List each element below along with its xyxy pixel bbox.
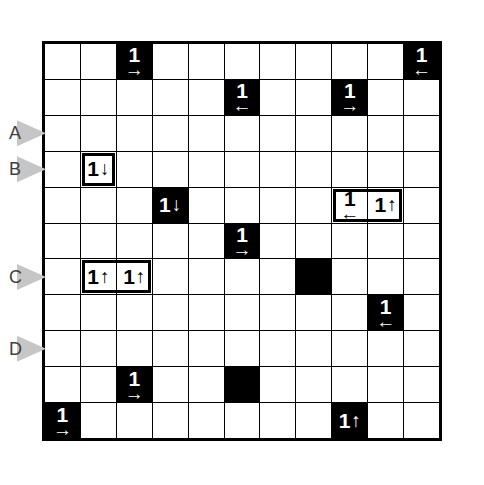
cell-r8c9[interactable] (332, 295, 367, 330)
marker-label: B (9, 159, 21, 180)
cell-r3c10[interactable] (368, 116, 403, 151)
left-arrow-icon: ← (376, 315, 395, 328)
clue-1-left: 1← (340, 190, 359, 220)
clue-1-right: 1→ (53, 406, 72, 436)
cell-r4c6[interactable] (225, 152, 260, 187)
cell-r6c6[interactable]: 1→ (225, 224, 260, 259)
cell-r10c11[interactable] (404, 367, 439, 402)
cell-r2c11[interactable] (404, 80, 439, 115)
cell-r4c7[interactable] (260, 152, 295, 187)
marker-label: A (9, 123, 21, 144)
cell-r5c8[interactable] (296, 188, 331, 223)
up-arrow-icon: ↑ (351, 411, 361, 431)
cell-r1c1[interactable] (45, 44, 80, 79)
cell-r7c6[interactable] (225, 259, 260, 294)
clue-1-up: 1↑ (375, 195, 397, 215)
cell-r9c9[interactable] (332, 331, 367, 366)
cell-r9c1[interactable] (45, 331, 80, 366)
cell-r8c6[interactable] (225, 295, 260, 330)
cell-r4c9[interactable] (332, 152, 367, 187)
cell-r6c5[interactable] (189, 224, 224, 259)
clue-1-up: 1↑ (123, 267, 145, 287)
down-arrow-icon: ↓ (172, 195, 182, 215)
down-arrow-icon: ↓ (100, 159, 110, 179)
cell-r10c7[interactable] (260, 367, 295, 402)
cell-r1c6[interactable] (225, 44, 260, 79)
cell-r8c2[interactable] (81, 295, 116, 330)
clue-number: 1 (123, 267, 135, 287)
cell-r1c3[interactable]: 1→ (117, 44, 152, 79)
cell-r7c5[interactable] (189, 259, 224, 294)
up-arrow-icon: ↑ (136, 267, 146, 287)
cell-r9c3[interactable] (117, 331, 152, 366)
cell-r5c9[interactable]: 1← (332, 188, 367, 223)
cell-r7c10[interactable] (368, 259, 403, 294)
cell-r5c3[interactable] (117, 188, 152, 223)
cell-r9c6[interactable] (225, 331, 260, 366)
row-marker-a: A (8, 119, 46, 147)
clue-1-right: 1→ (232, 226, 251, 256)
cell-r6c3[interactable] (117, 224, 152, 259)
cell-r11c2[interactable] (81, 403, 116, 438)
cell-r6c8[interactable] (296, 224, 331, 259)
marker-label: D (9, 338, 22, 359)
cell-r6c9[interactable] (332, 224, 367, 259)
cell-r2c6[interactable]: 1← (225, 80, 260, 115)
cell-r7c2[interactable]: 1↑ (81, 259, 116, 294)
cell-r5c2[interactable] (81, 188, 116, 223)
cell-r10c2[interactable] (81, 367, 116, 402)
clue-1-up: 1↑ (87, 267, 109, 287)
cell-r2c10[interactable] (368, 80, 403, 115)
clue-1-right: 1→ (340, 82, 359, 112)
clue-number: 1 (375, 195, 387, 215)
cell-r3c6[interactable] (225, 116, 260, 151)
cell-r11c8[interactable] (296, 403, 331, 438)
cell-r5c4[interactable]: 1↓ (153, 188, 188, 223)
cell-r9c5[interactable] (189, 331, 224, 366)
cell-r3c3[interactable] (117, 116, 152, 151)
cell-r11c7[interactable] (260, 403, 295, 438)
cell-r7c11[interactable] (404, 259, 439, 294)
cell-r10c4[interactable] (153, 367, 188, 402)
cell-r3c1[interactable] (45, 116, 80, 151)
cell-r2c5[interactable] (189, 80, 224, 115)
cell-r3c9[interactable] (332, 116, 367, 151)
right-arrow-icon: → (125, 63, 144, 76)
cell-r2c8[interactable] (296, 80, 331, 115)
clue-number: 1 (339, 411, 351, 431)
cell-r11c5[interactable] (189, 403, 224, 438)
cell-r10c10[interactable] (368, 367, 403, 402)
cell-r8c7[interactable] (260, 295, 295, 330)
marker-triangle-icon (17, 156, 46, 182)
cell-r1c9[interactable] (332, 44, 367, 79)
cell-r11c1[interactable]: 1→ (45, 403, 80, 438)
cell-r8c11[interactable] (404, 295, 439, 330)
cell-r9c8[interactable] (296, 331, 331, 366)
cell-r11c3[interactable] (117, 403, 152, 438)
cell-r6c10[interactable] (368, 224, 403, 259)
marker-label: C (9, 266, 22, 287)
left-arrow-icon: ← (232, 99, 251, 112)
marker-triangle-icon (17, 120, 46, 146)
cell-r5c1[interactable] (45, 188, 80, 223)
cell-r8c5[interactable] (189, 295, 224, 330)
right-arrow-icon: → (125, 387, 144, 400)
cell-r6c2[interactable] (81, 224, 116, 259)
cell-r10c9[interactable] (332, 367, 367, 402)
cell-r4c11[interactable] (404, 152, 439, 187)
cell-r2c9[interactable]: 1→ (332, 80, 367, 115)
cell-r10c3[interactable]: 1→ (117, 367, 152, 402)
clue-1-down: 1↓ (87, 159, 109, 179)
cell-r8c3[interactable] (117, 295, 152, 330)
cell-r1c4[interactable] (153, 44, 188, 79)
cell-r3c11[interactable] (404, 116, 439, 151)
up-arrow-icon: ↑ (387, 195, 397, 215)
cell-r6c11[interactable] (404, 224, 439, 259)
right-arrow-icon: → (232, 243, 251, 256)
cell-r3c5[interactable] (189, 116, 224, 151)
cell-r4c5[interactable] (189, 152, 224, 187)
shaded-cell-r10c6[interactable] (225, 367, 260, 402)
cell-r6c7[interactable] (260, 224, 295, 259)
cell-r1c10[interactable] (368, 44, 403, 79)
row-marker-d: D (8, 335, 46, 363)
cell-r5c11[interactable] (404, 188, 439, 223)
left-arrow-icon: ← (340, 207, 359, 220)
cell-r8c10[interactable]: 1← (368, 295, 403, 330)
cell-r8c1[interactable] (45, 295, 80, 330)
cell-r6c4[interactable] (153, 224, 188, 259)
row-marker-b: B (8, 155, 46, 183)
clue-1-up: 1↑ (339, 411, 361, 431)
cell-r1c5[interactable] (189, 44, 224, 79)
cell-r7c1[interactable] (45, 259, 80, 294)
cell-r3c8[interactable] (296, 116, 331, 151)
clue-number: 1 (87, 159, 99, 179)
cell-r7c4[interactable] (153, 259, 188, 294)
cell-r10c8[interactable] (296, 367, 331, 402)
cell-r8c8[interactable] (296, 295, 331, 330)
cell-r4c10[interactable] (368, 152, 403, 187)
cell-r7c7[interactable] (260, 259, 295, 294)
cell-r1c11[interactable]: 1← (404, 44, 439, 79)
cell-r7c3[interactable]: 1↑ (117, 259, 152, 294)
cell-r5c5[interactable] (189, 188, 224, 223)
row-marker-c: C (8, 263, 46, 291)
clue-number: 1 (159, 195, 171, 215)
clue-1-left: 1← (232, 82, 251, 112)
cell-r1c7[interactable] (260, 44, 295, 79)
cell-r11c10[interactable] (368, 403, 403, 438)
cell-r11c9[interactable]: 1↑ (332, 403, 367, 438)
cell-r6c1[interactable] (45, 224, 80, 259)
cell-r3c7[interactable] (260, 116, 295, 151)
cell-r5c7[interactable] (260, 188, 295, 223)
cell-r2c4[interactable] (153, 80, 188, 115)
cell-r4c1[interactable] (45, 152, 80, 187)
cell-r2c3[interactable] (117, 80, 152, 115)
cell-r9c11[interactable] (404, 331, 439, 366)
cell-r4c8[interactable] (296, 152, 331, 187)
right-arrow-icon: → (53, 423, 72, 436)
cell-r4c3[interactable] (117, 152, 152, 187)
right-arrow-icon: → (340, 99, 359, 112)
clue-1-left: 1← (376, 298, 395, 328)
cell-r2c1[interactable] (45, 80, 80, 115)
cell-r5c6[interactable] (225, 188, 260, 223)
cell-r11c11[interactable] (404, 403, 439, 438)
cell-r9c4[interactable] (153, 331, 188, 366)
cell-r1c8[interactable] (296, 44, 331, 79)
clue-number: 1 (87, 267, 99, 287)
up-arrow-icon: ↑ (100, 267, 110, 287)
clue-1-right: 1→ (125, 370, 144, 400)
cell-r4c4[interactable] (153, 152, 188, 187)
puzzle-page: 1→1←1←1→1↓1↓1←1↑1→1↑1↑1←1→1→1↑ ABCD (0, 0, 484, 485)
cell-r9c10[interactable] (368, 331, 403, 366)
clue-1-right: 1→ (125, 46, 144, 76)
clue-1-left: 1← (412, 46, 431, 76)
cell-r4c2[interactable]: 1↓ (81, 152, 116, 187)
cell-r8c4[interactable] (153, 295, 188, 330)
cell-r3c4[interactable] (153, 116, 188, 151)
cell-r2c7[interactable] (260, 80, 295, 115)
clue-1-down: 1↓ (159, 195, 181, 215)
cell-r9c2[interactable] (81, 331, 116, 366)
cell-r3c2[interactable] (81, 116, 116, 151)
cell-r7c9[interactable] (332, 259, 367, 294)
cell-r1c2[interactable] (81, 44, 116, 79)
cell-r10c5[interactable] (189, 367, 224, 402)
cell-r11c6[interactable] (225, 403, 260, 438)
cell-r10c1[interactable] (45, 367, 80, 402)
cell-r2c2[interactable] (81, 80, 116, 115)
cell-r5c10[interactable]: 1↑ (368, 188, 403, 223)
puzzle-board: 1→1←1←1→1↓1↓1←1↑1→1↑1↑1←1→1→1↑ (42, 41, 442, 441)
left-arrow-icon: ← (412, 63, 431, 76)
shaded-cell-r7c8[interactable] (296, 259, 331, 294)
cell-r11c4[interactable] (153, 403, 188, 438)
cell-r9c7[interactable] (260, 331, 295, 366)
